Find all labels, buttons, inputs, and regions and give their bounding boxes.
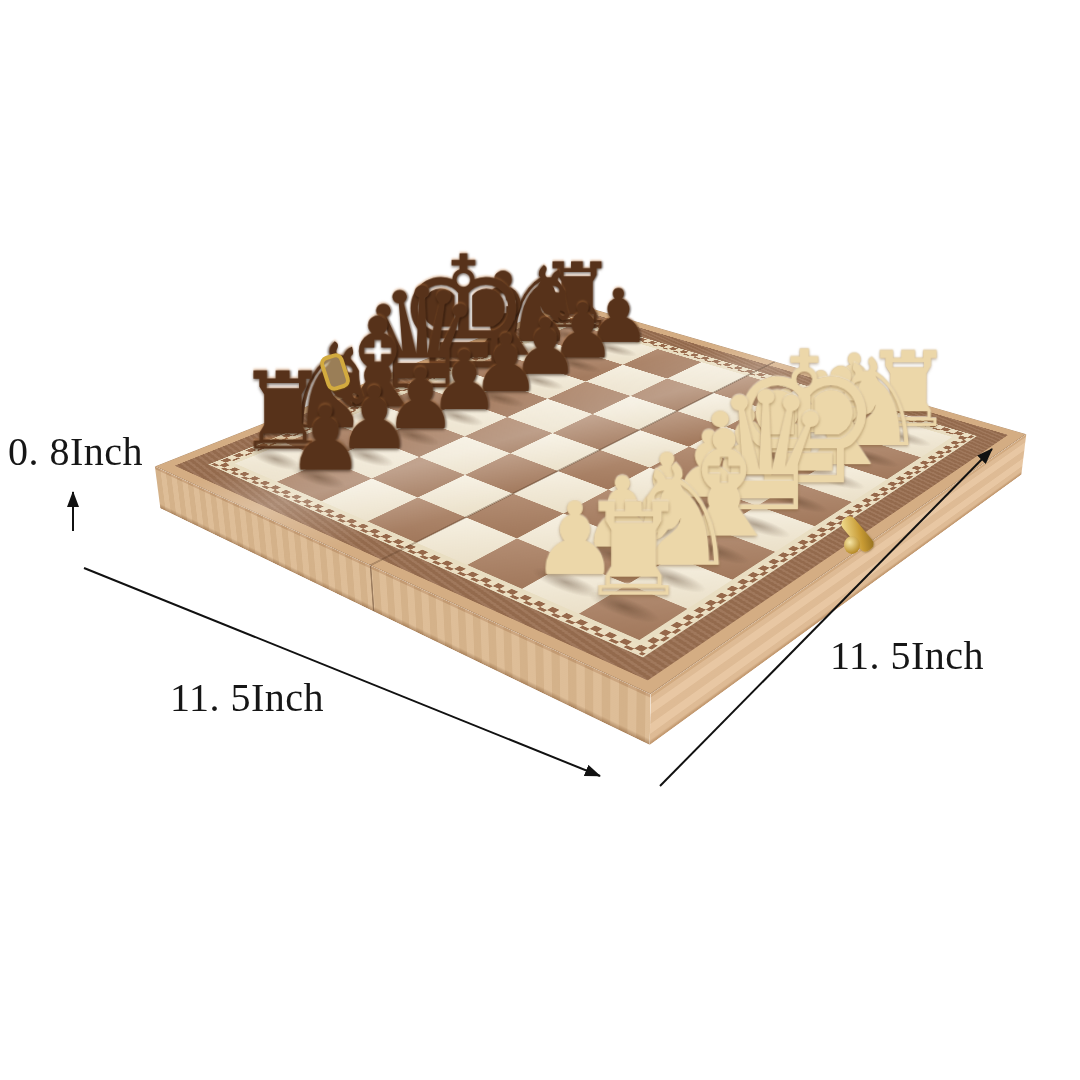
square-r6c3 xyxy=(418,475,514,518)
chess-board-scene: ♜♟♟♜♞♟♟♞♝♟♟♝♚♟♟♚♛♟♟♛♝♟♟♝♞♟♟♞♜♟♟♜ xyxy=(0,0,1080,1080)
product-photo-canvas: ♜♟♟♜♞♟♟♞♝♟♟♝♚♟♟♚♛♟♟♛♝♟♟♝♞♟♟♞♜♟♟♜ 0. 8Inc… xyxy=(0,0,1080,1080)
square-r6c4 xyxy=(466,494,564,539)
square-r7c4 xyxy=(416,517,517,565)
square-r5c4 xyxy=(513,471,608,513)
frame-outer-band xyxy=(155,302,1026,694)
square-r4c4 xyxy=(558,450,650,490)
folding-chess-board: ♜♟♟♜♞♟♟♞♝♟♟♝♚♟♟♚♛♟♟♛♝♟♟♝♞♟♟♞♜♟♟♜ xyxy=(155,302,1026,694)
board-top-face xyxy=(155,302,1026,694)
square-r5c3 xyxy=(465,453,558,493)
frame-walnut-band xyxy=(175,308,1008,681)
square-r7c3 xyxy=(367,497,466,542)
